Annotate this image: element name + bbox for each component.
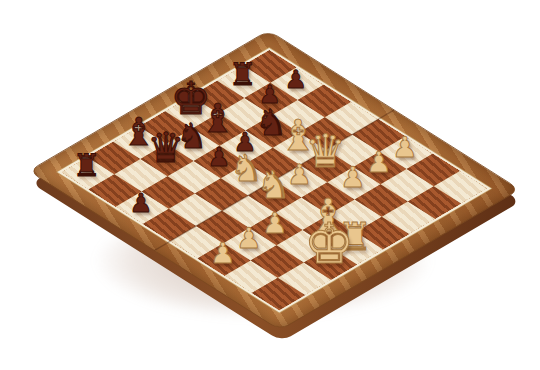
piece-white-pawn-h3[interactable]: ♟: [392, 132, 418, 161]
piece-black-queen-c7[interactable]: ♛: [147, 127, 184, 169]
piece-white-pawn-f3[interactable]: ♟: [340, 163, 366, 192]
piece-black-pawn-a6[interactable]: ♟: [129, 190, 152, 216]
piece-white-pawn-e4[interactable]: ♟: [287, 162, 312, 190]
piece-white-king-c1[interactable]: ♚: [304, 216, 355, 272]
chess-product-photo: ♜♝♚♜♛♞♝♟♟♟♟♟♞♞♝♞♟♛♟♟♟♟♟♟♝♚♜: [0, 0, 540, 370]
piece-black-pawn-h7[interactable]: ♟: [285, 67, 308, 92]
piece-black-rook-g8[interactable]: ♜: [229, 59, 257, 90]
piece-black-pawn-d6[interactable]: ♟: [207, 144, 230, 170]
piece-white-pawn-g3[interactable]: ♟: [366, 148, 392, 177]
piece-black-rook-a8[interactable]: ♜: [73, 151, 101, 182]
piece-white-pawn-a3[interactable]: ♟: [210, 239, 236, 268]
piece-white-pawn-c3[interactable]: ♟: [262, 208, 288, 237]
piece-white-knight-d4[interactable]: ♞: [256, 167, 290, 205]
piece-white-pawn-b3[interactable]: ♟: [236, 224, 262, 253]
